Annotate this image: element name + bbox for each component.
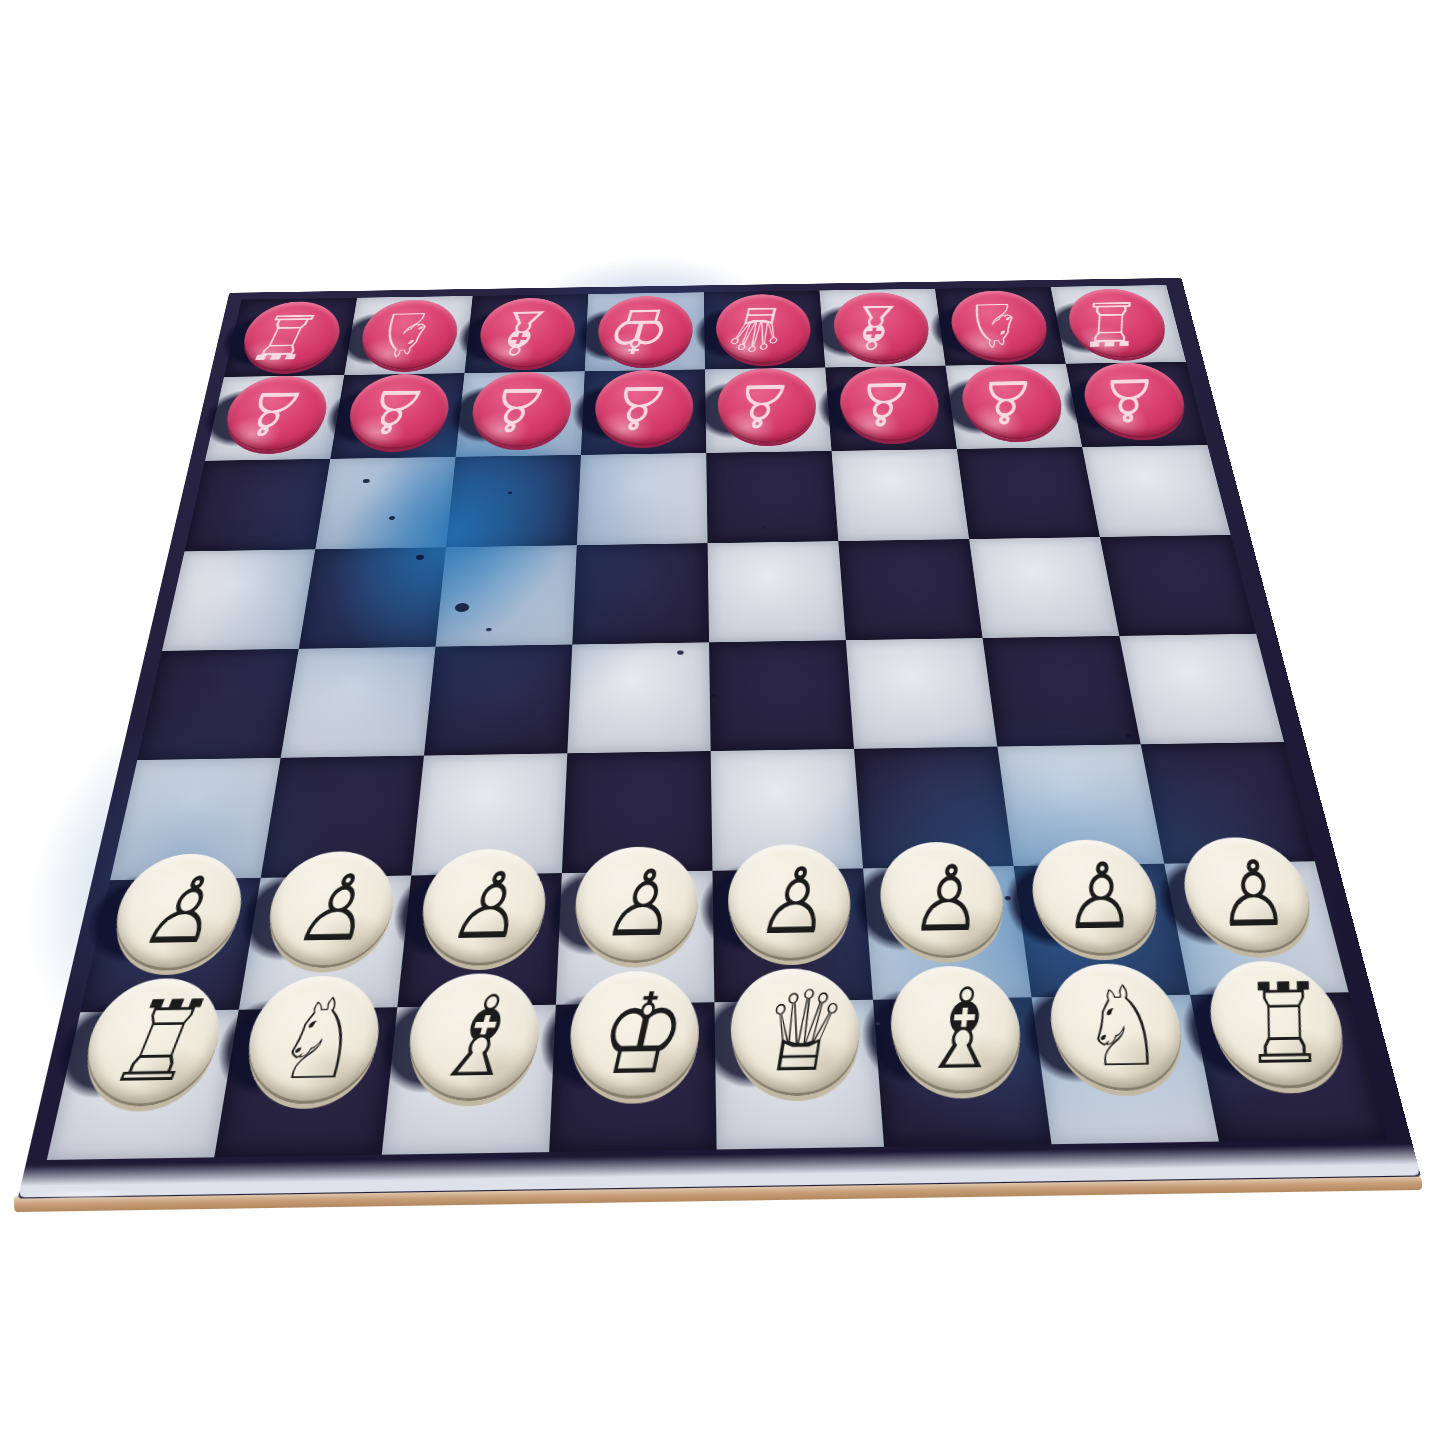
square-d6[interactable]: [577, 453, 708, 546]
pink-pawn-d7[interactable]: ♙: [594, 369, 694, 445]
pink-pawn-h7[interactable]: ♙: [1078, 362, 1193, 438]
pink-pawn-b7[interactable]: ♙: [344, 373, 452, 449]
king-glyph: ♔: [592, 978, 676, 1090]
square-a6[interactable]: [184, 459, 330, 552]
square-a4[interactable]: [137, 649, 298, 760]
white-king-d1[interactable]: ♔: [568, 970, 699, 1100]
rook-glyph: ♖: [1223, 968, 1331, 1080]
pawn-glyph: ♙: [491, 379, 553, 439]
pink-knight-b8[interactable]: ♘: [357, 299, 461, 370]
white-pawn-c2[interactable]: ♙: [417, 848, 548, 966]
square-h1[interactable]: ♖: [1190, 993, 1386, 1142]
square-h6[interactable]: [1082, 445, 1231, 537]
white-pawn-e2[interactable]: ♙: [727, 843, 854, 961]
board-perspective-wrapper: ♖♘♗♔♕♗♘♖♙♙♙♙♙♙♙♙♙♙♙♙♙♙♙♙♖♘♗♔♕♗♘♖: [18, 278, 1421, 1199]
pawn-glyph: ♙: [737, 376, 797, 436]
queen-glyph: ♕: [732, 298, 795, 359]
pawn-glyph: ♙: [1052, 851, 1138, 943]
chess-board: ♖♘♗♔♕♗♘♖♙♙♙♙♙♙♙♙♙♙♙♙♙♙♙♙♖♘♗♔♕♗♘♖: [18, 278, 1421, 1199]
pawn-glyph: ♙: [1099, 370, 1169, 429]
knight-glyph: ♘: [964, 295, 1035, 356]
square-c4[interactable]: [424, 644, 572, 755]
square-f5[interactable]: [838, 539, 982, 640]
square-b4[interactable]: [281, 647, 436, 758]
knight-glyph: ♘: [1066, 971, 1167, 1083]
king-glyph: ♔: [614, 300, 676, 361]
square-c5[interactable]: [436, 545, 577, 646]
white-pawn-d2[interactable]: ♙: [573, 846, 698, 964]
piece-disc: ♙: [717, 368, 818, 444]
pawn-glyph: ♙: [366, 381, 431, 441]
pink-king-d8[interactable]: ♔: [597, 295, 693, 366]
knight-glyph: ♘: [264, 983, 362, 1096]
pawn-glyph: ♙: [289, 863, 373, 955]
square-h8[interactable]: ♖: [1051, 285, 1186, 364]
pink-bishop-c8[interactable]: ♗: [477, 297, 577, 368]
pink-queen-e8[interactable]: ♕: [715, 294, 812, 365]
rook-glyph: ♖: [255, 306, 327, 367]
white-bishop-c1[interactable]: ♗: [404, 972, 542, 1102]
square-h7[interactable]: ♙: [1066, 362, 1208, 447]
pawn-glyph: ♙: [242, 383, 311, 443]
pawn-glyph: ♙: [902, 853, 983, 945]
square-d4[interactable]: [567, 642, 710, 753]
pink-rook-h8[interactable]: ♖: [1063, 288, 1173, 358]
square-a5[interactable]: [162, 549, 315, 650]
pawn-glyph: ♙: [752, 856, 827, 948]
pawn-glyph: ♙: [134, 865, 223, 958]
photo-background: ♖♘♗♔♕♗♘♖♙♙♙♙♙♙♙♙♙♙♙♙♙♙♙♙♖♘♗♔♕♗♘♖: [0, 0, 1445, 1445]
pawn-glyph: ♙: [444, 860, 522, 952]
square-c6[interactable]: [446, 455, 581, 548]
pawn-glyph: ♙: [600, 858, 673, 950]
bishop-glyph: ♗: [909, 973, 1003, 1085]
pawn-glyph: ♙: [979, 372, 1046, 432]
square-b6[interactable]: [315, 457, 455, 550]
bishop-glyph: ♗: [495, 302, 560, 363]
bishop-glyph: ♗: [848, 297, 915, 358]
square-g6[interactable]: [957, 447, 1100, 539]
piece-disc: ♕: [715, 294, 812, 365]
square-g4[interactable]: [983, 636, 1141, 746]
rook-glyph: ♖: [100, 986, 204, 1099]
rook-glyph: ♖: [1080, 293, 1154, 354]
knight-glyph: ♘: [375, 304, 444, 365]
pawn-glyph: ♙: [1202, 849, 1294, 941]
square-b5[interactable]: [299, 547, 446, 648]
square-d5[interactable]: [572, 543, 709, 644]
square-e5[interactable]: [708, 541, 846, 642]
square-e6[interactable]: [706, 451, 838, 544]
pawn-glyph: ♙: [858, 374, 921, 434]
square-f4[interactable]: [846, 638, 998, 749]
square-h5[interactable]: [1100, 535, 1256, 636]
bishop-glyph: ♗: [428, 981, 519, 1094]
square-e4[interactable]: [709, 640, 854, 751]
pawn-glyph: ♙: [615, 377, 673, 437]
piece-disc: ♔: [597, 295, 693, 366]
square-h4[interactable]: [1119, 634, 1284, 744]
square-g5[interactable]: [969, 537, 1119, 638]
pink-pawn-e7[interactable]: ♙: [717, 368, 818, 444]
pink-pawn-c7[interactable]: ♙: [469, 371, 573, 447]
queen-glyph: ♕: [752, 976, 839, 1088]
square-f6[interactable]: [832, 449, 970, 542]
white-queen-e1[interactable]: ♕: [730, 967, 864, 1097]
